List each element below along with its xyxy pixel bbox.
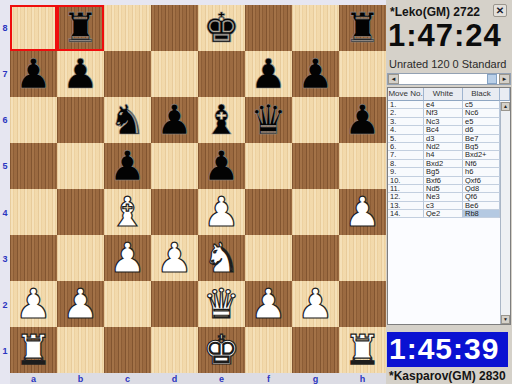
square-h8[interactable]: ♜	[339, 5, 386, 51]
bottom-player-clock: 1:45:39	[387, 332, 508, 367]
move-number-cell[interactable]: 1.	[388, 101, 424, 109]
move-row: 10.Bxf6Qxf6	[388, 177, 510, 185]
top-player-clock: 1:47:24	[388, 18, 502, 54]
square-a5[interactable]	[10, 143, 57, 189]
square-e2[interactable]: ♛	[198, 281, 245, 327]
rank-label-8: 8	[0, 5, 10, 51]
scroll-right-icon[interactable]: ►	[499, 74, 510, 84]
square-f3[interactable]	[245, 235, 292, 281]
move-cell[interactable]: Nc3	[424, 118, 463, 126]
square-h4[interactable]: ♟	[339, 189, 386, 235]
square-d1[interactable]	[151, 327, 198, 373]
square-f7[interactable]: ♟	[245, 51, 292, 97]
move-cell[interactable]: Nf3	[424, 109, 463, 117]
rank-label-4: 4	[0, 190, 10, 236]
horizontal-scrollbar-thumb[interactable]	[487, 74, 497, 84]
square-e5[interactable]: ♟	[198, 143, 245, 189]
move-cell[interactable]: Be7	[463, 135, 500, 143]
move-row: 14.Qe2Rb8	[388, 210, 510, 218]
square-e8[interactable]: ♚	[198, 5, 245, 51]
square-b4[interactable]	[57, 189, 104, 235]
square-d7[interactable]	[151, 51, 198, 97]
move-cell[interactable]: Qd8	[463, 185, 500, 193]
move-cell[interactable]: d6	[463, 126, 500, 134]
piece-white-pawn[interactable]: ♟	[156, 238, 193, 279]
piece-white-pawn[interactable]: ♟	[250, 284, 287, 325]
square-b5[interactable]	[57, 143, 104, 189]
move-cell[interactable]: h6	[463, 168, 500, 176]
square-g5[interactable]	[292, 143, 339, 189]
square-g2[interactable]: ♟	[292, 281, 339, 327]
move-cell[interactable]: Bxf6	[424, 177, 463, 185]
move-number-cell[interactable]: 11.	[388, 185, 424, 193]
square-g7[interactable]: ♟	[292, 51, 339, 97]
piece-black-pawn[interactable]: ♟	[344, 100, 381, 141]
game-type-label: Unrated 120 0 Standard	[389, 58, 506, 70]
piece-black-bishop[interactable]: ♝	[203, 100, 240, 141]
scroll-down-icon[interactable]: ▼	[501, 315, 510, 324]
scroll-left-icon[interactable]: ◄	[388, 74, 399, 84]
move-cell[interactable]: Nd5	[424, 185, 463, 193]
square-h5[interactable]	[339, 143, 386, 189]
move-cell[interactable]: Rb8	[463, 210, 500, 218]
square-g6[interactable]	[292, 97, 339, 143]
rank-label-1: 1	[0, 328, 10, 374]
file-label-c: c	[104, 373, 151, 384]
rank-label-6: 6	[0, 97, 10, 143]
square-c4[interactable]: ♝	[104, 189, 151, 235]
move-list-body[interactable]: 1.e4c52.Nf3Nc63.Nc3e54.Bc4d65.d3Be76.Nd2…	[388, 101, 510, 218]
move-cell[interactable]: Nc6	[463, 109, 500, 117]
square-g8[interactable]	[292, 5, 339, 51]
square-b7[interactable]: ♟	[57, 51, 104, 97]
horizontal-scrollbar[interactable]: ◄ ►	[387, 73, 511, 85]
square-f4[interactable]	[245, 189, 292, 235]
move-list-header-cell: Black	[463, 88, 500, 101]
top-player-name: *Leko(GM) 2722	[390, 5, 480, 19]
move-list-header-cell: White	[424, 88, 463, 101]
file-label-d: d	[151, 373, 198, 384]
piece-white-rook[interactable]: ♜	[344, 330, 381, 371]
move-list-header-cell	[500, 88, 510, 101]
move-number-cell[interactable]: 9.	[388, 168, 424, 176]
chess-board[interactable]: ♜♚♜♟♟♟♟♞♟♝♛♟♟♟♝♟♟♟♟♞♟♟♛♟♟♜♚♜	[10, 5, 386, 373]
square-c1[interactable]	[104, 327, 151, 373]
square-a8[interactable]	[10, 5, 57, 51]
file-label-b: b	[57, 373, 104, 384]
move-number-cell[interactable]: 10.	[388, 177, 424, 185]
square-d5[interactable]	[151, 143, 198, 189]
move-row: 8.Bxd2Nf6	[388, 160, 510, 168]
square-c5[interactable]: ♟	[104, 143, 151, 189]
file-label-h: h	[339, 373, 386, 384]
piece-white-bishop[interactable]: ♝	[109, 192, 146, 233]
piece-white-queen[interactable]: ♛	[203, 284, 240, 325]
square-e6[interactable]: ♝	[198, 97, 245, 143]
square-b6[interactable]	[57, 97, 104, 143]
file-labels: abcdefgh	[10, 373, 386, 384]
piece-black-knight[interactable]: ♞	[109, 100, 146, 141]
move-row: 12.Ne3Qf6	[388, 193, 510, 201]
square-a1[interactable]: ♜	[10, 327, 57, 373]
move-cell[interactable]: Qf6	[463, 193, 500, 201]
move-cell[interactable]: d3	[424, 135, 463, 143]
piece-black-king[interactable]: ♚	[203, 8, 240, 49]
square-h1[interactable]: ♜	[339, 327, 386, 373]
move-cell[interactable]: Bg5	[463, 143, 500, 151]
file-label-f: f	[245, 373, 292, 384]
vertical-scrollbar[interactable]: ▲ ▼	[500, 102, 510, 324]
move-number-cell[interactable]: 2.	[388, 109, 424, 117]
square-b2[interactable]: ♟	[57, 281, 104, 327]
square-d3[interactable]: ♟	[151, 235, 198, 281]
square-e7[interactable]	[198, 51, 245, 97]
piece-white-pawn[interactable]: ♟	[344, 192, 381, 233]
square-d6[interactable]: ♟	[151, 97, 198, 143]
piece-black-rook[interactable]: ♜	[344, 8, 381, 49]
square-a3[interactable]	[10, 235, 57, 281]
move-cell[interactable]: c3	[424, 202, 463, 210]
piece-white-pawn[interactable]: ♟	[109, 238, 146, 279]
piece-black-rook[interactable]: ♜	[62, 8, 99, 49]
square-b3[interactable]	[57, 235, 104, 281]
move-cell[interactable]: c5	[463, 101, 500, 109]
move-cell[interactable]: Bxd2+	[463, 151, 500, 159]
piece-white-pawn[interactable]: ♟	[15, 284, 52, 325]
scroll-up-icon[interactable]: ▲	[501, 102, 510, 111]
move-number-cell[interactable]: 3.	[388, 118, 424, 126]
rank-labels: 87654321	[0, 5, 10, 374]
move-cell[interactable]: h4	[424, 151, 463, 159]
move-cell[interactable]: Nf6	[463, 160, 500, 168]
piece-black-pawn[interactable]: ♟	[109, 146, 146, 187]
move-cell[interactable]: Be6	[463, 202, 500, 210]
move-cell[interactable]: e5	[463, 118, 500, 126]
bottom-player-name: *Kasparov(GM) 2830	[389, 369, 506, 383]
move-row: 5.d3Be7	[388, 135, 510, 143]
file-label-g: g	[292, 373, 339, 384]
move-list-table[interactable]: Move No.WhiteBlack 1.e4c52.Nf3Nc63.Nc3e5…	[387, 87, 511, 325]
square-g1[interactable]	[292, 327, 339, 373]
move-number-cell[interactable]: 14.	[388, 210, 424, 218]
move-number-cell[interactable]: 12.	[388, 193, 424, 201]
move-row: 4.Bc4d6	[388, 126, 510, 134]
piece-black-pawn[interactable]: ♟	[15, 54, 52, 95]
square-e3[interactable]: ♞	[198, 235, 245, 281]
piece-white-pawn[interactable]: ♟	[297, 284, 334, 325]
square-g4[interactable]	[292, 189, 339, 235]
square-h6[interactable]: ♟	[339, 97, 386, 143]
rank-label-3: 3	[0, 236, 10, 282]
piece-black-pawn[interactable]: ♟	[203, 146, 240, 187]
move-row: 1.e4c5	[388, 101, 510, 109]
move-row: 2.Nf3Nc6	[388, 109, 510, 117]
rank-label-5: 5	[0, 143, 10, 189]
piece-black-queen[interactable]: ♛	[250, 100, 287, 141]
piece-white-knight[interactable]: ♞	[203, 238, 240, 279]
square-h7[interactable]	[339, 51, 386, 97]
move-cell[interactable]: Qe2	[424, 210, 463, 218]
move-row: 11.Nd5Qd8	[388, 185, 510, 193]
square-e1[interactable]: ♚	[198, 327, 245, 373]
move-cell[interactable]: Bxd2	[424, 160, 463, 168]
square-a6[interactable]	[10, 97, 57, 143]
square-a7[interactable]: ♟	[10, 51, 57, 97]
square-d2[interactable]	[151, 281, 198, 327]
file-label-e: e	[198, 373, 245, 384]
move-row: 3.Nc3e5	[388, 118, 510, 126]
square-c2[interactable]	[104, 281, 151, 327]
square-f1[interactable]	[245, 327, 292, 373]
move-cell[interactable]: Ne3	[424, 193, 463, 201]
move-number-cell[interactable]: 5.	[388, 135, 424, 143]
piece-black-pawn[interactable]: ♟	[250, 54, 287, 95]
square-f2[interactable]: ♟	[245, 281, 292, 327]
rank-label-7: 7	[0, 51, 10, 97]
move-row: 13.c3Be6	[388, 202, 510, 210]
piece-white-pawn[interactable]: ♟	[62, 284, 99, 325]
move-number-cell[interactable]: 6.	[388, 143, 424, 151]
move-number-cell[interactable]: 13.	[388, 202, 424, 210]
move-list-header: Move No.WhiteBlack	[388, 88, 510, 101]
square-c8[interactable]	[104, 5, 151, 51]
square-a2[interactable]: ♟	[10, 281, 57, 327]
piece-white-pawn[interactable]: ♟	[203, 192, 240, 233]
resize-icon[interactable]: ✕	[493, 4, 507, 17]
square-d8[interactable]	[151, 5, 198, 51]
move-cell[interactable]: Bg5	[424, 168, 463, 176]
square-h2[interactable]	[339, 281, 386, 327]
square-g3[interactable]	[292, 235, 339, 281]
move-cell[interactable]: Nd2	[424, 143, 463, 151]
square-d4[interactable]	[151, 189, 198, 235]
square-c3[interactable]: ♟	[104, 235, 151, 281]
square-c6[interactable]: ♞	[104, 97, 151, 143]
move-row: 9.Bg5h6	[388, 168, 510, 176]
square-b8[interactable]: ♜	[57, 5, 104, 51]
move-list-header-cell: Move No.	[388, 88, 424, 101]
move-cell[interactable]: Qxf6	[463, 177, 500, 185]
square-f8[interactable]	[245, 5, 292, 51]
square-e4[interactable]: ♟	[198, 189, 245, 235]
piece-white-king[interactable]: ♚	[203, 330, 240, 371]
move-cell[interactable]: Bc4	[424, 126, 463, 134]
square-a4[interactable]	[10, 189, 57, 235]
piece-black-pawn[interactable]: ♟	[62, 54, 99, 95]
square-h3[interactable]	[339, 235, 386, 281]
move-number-cell[interactable]: 8.	[388, 160, 424, 168]
move-row: 7.h4Bxd2+	[388, 151, 510, 159]
move-row: 6.Nd2Bg5	[388, 143, 510, 151]
move-number-cell[interactable]: 7.	[388, 151, 424, 159]
move-cell[interactable]: e4	[424, 101, 463, 109]
move-number-cell[interactable]: 4.	[388, 126, 424, 134]
square-f6[interactable]: ♛	[245, 97, 292, 143]
piece-black-pawn[interactable]: ♟	[156, 100, 193, 141]
chess-board-area: 87654321 ♜♚♜♟♟♟♟♞♟♝♛♟♟♟♝♟♟♟♟♞♟♟♛♟♟♜♚♜ ab…	[0, 0, 386, 384]
square-b1[interactable]	[57, 327, 104, 373]
file-label-a: a	[10, 373, 57, 384]
square-f5[interactable]	[245, 143, 292, 189]
square-c7[interactable]	[104, 51, 151, 97]
game-info-panel: *Leko(GM) 2722 ✕ 1:47:24 Unrated 120 0 S…	[386, 0, 512, 384]
rank-label-2: 2	[0, 282, 10, 328]
piece-black-pawn[interactable]: ♟	[297, 54, 334, 95]
piece-white-rook[interactable]: ♜	[15, 330, 52, 371]
